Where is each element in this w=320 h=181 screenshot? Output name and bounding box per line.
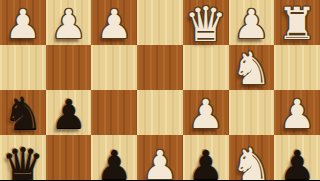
white-pawn[interactable]: ♟ bbox=[142, 145, 178, 181]
black-knight[interactable]: ♞ bbox=[3, 91, 43, 136]
black-pawn[interactable]: ♟ bbox=[188, 145, 224, 181]
square-r2-c1[interactable] bbox=[0, 45, 46, 90]
square-r3-c3[interactable] bbox=[91, 90, 137, 135]
chessboard: ♟♟♟♛♟♜♞♞♟♟♟♛♟♟♟♞♟ bbox=[0, 0, 320, 180]
black-pawn[interactable]: ♟ bbox=[279, 145, 315, 181]
square-r1-c3[interactable]: ♟ bbox=[91, 0, 137, 45]
square-r4-c5[interactable]: ♟ bbox=[183, 135, 229, 180]
black-queen[interactable]: ♛ bbox=[1, 141, 44, 181]
square-r1-c7[interactable]: ♜ bbox=[274, 0, 320, 45]
square-r1-c1[interactable]: ♟ bbox=[0, 0, 46, 45]
square-r4-c2[interactable] bbox=[46, 135, 92, 180]
black-pawn[interactable]: ♟ bbox=[51, 94, 87, 134]
white-pawn[interactable]: ♟ bbox=[5, 4, 41, 44]
white-knight[interactable]: ♞ bbox=[231, 46, 271, 91]
square-r2-c4[interactable] bbox=[137, 45, 183, 90]
white-pawn[interactable]: ♟ bbox=[279, 94, 315, 134]
square-r2-c5[interactable] bbox=[183, 45, 229, 90]
square-r3-c1[interactable]: ♞ bbox=[0, 90, 46, 135]
square-r3-c4[interactable] bbox=[137, 90, 183, 135]
black-pawn[interactable]: ♟ bbox=[96, 145, 132, 181]
square-r1-c4[interactable] bbox=[137, 0, 183, 45]
white-queen[interactable]: ♛ bbox=[184, 0, 227, 48]
white-pawn[interactable]: ♟ bbox=[96, 4, 132, 44]
square-r3-c5[interactable]: ♟ bbox=[183, 90, 229, 135]
square-r4-c6[interactable]: ♞ bbox=[229, 135, 275, 180]
square-r4-c7[interactable]: ♟ bbox=[274, 135, 320, 180]
square-r2-c7[interactable] bbox=[274, 45, 320, 90]
square-r4-c1[interactable]: ♛ bbox=[0, 135, 46, 180]
white-rook[interactable]: ♜ bbox=[277, 2, 316, 46]
white-knight[interactable]: ♞ bbox=[231, 142, 271, 180]
white-pawn[interactable]: ♟ bbox=[188, 94, 224, 134]
square-r1-c6[interactable]: ♟ bbox=[229, 0, 275, 45]
square-r3-c6[interactable] bbox=[229, 90, 275, 135]
square-r3-c7[interactable]: ♟ bbox=[274, 90, 320, 135]
square-r2-c6[interactable]: ♞ bbox=[229, 45, 275, 90]
square-r2-c3[interactable] bbox=[91, 45, 137, 90]
square-r4-c3[interactable]: ♟ bbox=[91, 135, 137, 180]
chessboard-screenshot: ♟♟♟♛♟♜♞♞♟♟♟♛♟♟♟♞♟ bbox=[0, 0, 320, 180]
square-r4-c4[interactable]: ♟ bbox=[137, 135, 183, 180]
square-r1-c2[interactable]: ♟ bbox=[46, 0, 92, 45]
square-r1-c5[interactable]: ♛ bbox=[183, 0, 229, 45]
square-r2-c2[interactable] bbox=[46, 45, 92, 90]
square-r3-c2[interactable]: ♟ bbox=[46, 90, 92, 135]
white-pawn[interactable]: ♟ bbox=[51, 4, 87, 44]
white-pawn[interactable]: ♟ bbox=[233, 4, 269, 44]
